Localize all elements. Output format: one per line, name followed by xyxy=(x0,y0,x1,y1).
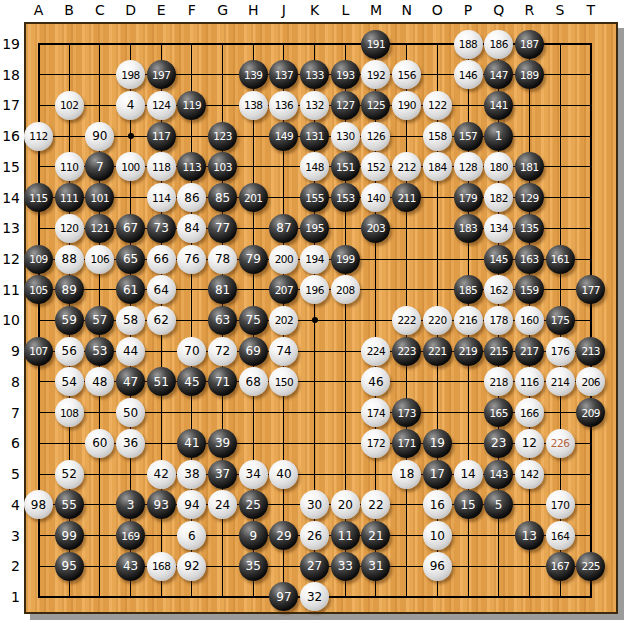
stone-black-59-B10: 59 xyxy=(55,306,84,335)
stone-white-56-B9: 56 xyxy=(55,337,84,366)
stone-white-182-Q14: 182 xyxy=(484,183,513,212)
move-number: 41 xyxy=(184,437,199,449)
move-number: 103 xyxy=(213,161,232,173)
stone-black-51-E8: 51 xyxy=(147,367,176,396)
go-board[interactable]: 1911881861871981971391371331931921561461… xyxy=(24,22,618,614)
move-number: 45 xyxy=(184,376,199,388)
stone-white-190-N17: 190 xyxy=(392,91,421,120)
stone-black-7-C15: 7 xyxy=(85,152,114,181)
move-number: 20 xyxy=(338,499,353,511)
stone-black-199-L12: 199 xyxy=(331,245,360,274)
move-number: 36 xyxy=(123,437,138,449)
stone-black-43-D2: 43 xyxy=(116,552,145,581)
move-number: 40 xyxy=(276,468,291,480)
stone-white-214-S8: 214 xyxy=(546,367,575,396)
stone-white-106-C12: 106 xyxy=(85,245,114,274)
move-number: 116 xyxy=(520,376,539,388)
move-number: 84 xyxy=(184,222,199,234)
move-number: 113 xyxy=(183,161,202,173)
stone-white-200-J12: 200 xyxy=(269,245,298,274)
move-number: 19 xyxy=(430,437,445,449)
move-number: 90 xyxy=(92,130,107,142)
stone-black-45-F8: 45 xyxy=(177,367,206,396)
stone-black-73-E13: 73 xyxy=(147,214,176,243)
stone-black-175-S10: 175 xyxy=(546,306,575,335)
stone-black-171-N6: 171 xyxy=(392,429,421,458)
stone-white-126-M16: 126 xyxy=(361,122,390,151)
stone-black-139-H18: 139 xyxy=(239,60,268,89)
move-number: 192 xyxy=(367,69,386,81)
stone-black-155-K14: 155 xyxy=(300,183,329,212)
stone-black-185-P11: 185 xyxy=(454,275,483,304)
move-number: 214 xyxy=(551,376,570,388)
stone-black-151-L15: 151 xyxy=(331,152,360,181)
row-label-13: 13 xyxy=(0,219,20,237)
column-label-K: K xyxy=(304,0,326,20)
stone-white-170-S4: 170 xyxy=(546,490,575,519)
move-number: 115 xyxy=(29,192,48,204)
move-number: 190 xyxy=(397,99,416,111)
stone-white-58-D10: 58 xyxy=(116,306,145,335)
move-number: 179 xyxy=(459,192,478,204)
stone-black-109-A12: 109 xyxy=(24,245,53,274)
move-number: 99 xyxy=(62,530,77,542)
move-number: 10 xyxy=(430,530,445,542)
move-number: 191 xyxy=(367,38,386,50)
move-number: 72 xyxy=(215,345,230,357)
stone-white-116-R8: 116 xyxy=(515,367,544,396)
stone-black-169-D3: 169 xyxy=(116,521,145,550)
stone-black-179-P14: 179 xyxy=(454,183,483,212)
move-number: 140 xyxy=(367,192,386,204)
move-number: 117 xyxy=(152,130,171,142)
move-number: 203 xyxy=(367,222,386,234)
move-number: 78 xyxy=(215,253,230,265)
stone-white-4-D17: 4 xyxy=(116,91,145,120)
move-number: 147 xyxy=(489,69,508,81)
move-number: 220 xyxy=(428,314,447,326)
stone-black-217-R9: 217 xyxy=(515,337,544,366)
stone-white-142-R5: 142 xyxy=(515,460,544,489)
move-number: 131 xyxy=(305,130,324,142)
stone-black-219-P9: 219 xyxy=(454,337,483,366)
move-number: 118 xyxy=(152,161,171,173)
stone-white-134-Q13: 134 xyxy=(484,214,513,243)
move-number: 58 xyxy=(123,314,138,326)
move-number: 13 xyxy=(522,530,537,542)
column-label-N: N xyxy=(396,0,418,20)
stone-black-147-Q18: 147 xyxy=(484,60,513,89)
move-number: 155 xyxy=(305,192,324,204)
stone-black-87-J13: 87 xyxy=(269,214,298,243)
column-label-J: J xyxy=(273,0,295,20)
row-label-7: 7 xyxy=(0,404,20,422)
grid-line-vertical-T xyxy=(590,43,592,598)
move-number: 37 xyxy=(215,468,230,480)
move-number: 53 xyxy=(92,345,107,357)
stone-black-129-R14: 129 xyxy=(515,183,544,212)
move-number: 120 xyxy=(60,222,79,234)
move-number: 47 xyxy=(123,376,138,388)
move-number: 77 xyxy=(215,222,230,234)
move-number: 216 xyxy=(459,314,478,326)
stone-white-164-S3: 164 xyxy=(546,521,575,550)
row-label-16: 16 xyxy=(0,127,20,145)
stone-black-95-B2: 95 xyxy=(55,552,84,581)
move-number: 141 xyxy=(489,99,508,111)
move-number: 48 xyxy=(92,376,107,388)
move-number: 135 xyxy=(520,222,539,234)
move-number: 122 xyxy=(428,99,447,111)
stone-black-85-G14: 85 xyxy=(208,183,237,212)
move-number: 61 xyxy=(123,284,138,296)
stone-black-209-T7: 209 xyxy=(576,398,605,427)
stone-black-137-J18: 137 xyxy=(269,60,298,89)
move-number: 7 xyxy=(96,161,104,173)
stone-white-18-N5: 18 xyxy=(392,460,421,489)
row-label-15: 15 xyxy=(0,158,20,176)
move-number: 185 xyxy=(459,284,478,296)
stone-black-69-H9: 69 xyxy=(239,337,268,366)
stone-black-143-Q5: 143 xyxy=(484,460,513,489)
move-number: 170 xyxy=(551,499,570,511)
move-number: 56 xyxy=(62,345,77,357)
stone-black-183-P13: 183 xyxy=(454,214,483,243)
row-label-6: 6 xyxy=(0,434,20,452)
stone-black-189-R18: 189 xyxy=(515,60,544,89)
stone-black-117-E16: 117 xyxy=(147,122,176,151)
stone-white-100-D15: 100 xyxy=(116,152,145,181)
stone-white-198-D18: 198 xyxy=(116,60,145,89)
stone-white-68-H8: 68 xyxy=(239,367,268,396)
stone-black-75-H10: 75 xyxy=(239,306,268,335)
column-label-H: H xyxy=(242,0,264,20)
move-number: 198 xyxy=(121,69,140,81)
stone-black-127-L17: 127 xyxy=(331,91,360,120)
stone-black-107-A9: 107 xyxy=(24,337,53,366)
move-number: 217 xyxy=(520,345,539,357)
stone-white-64-E11: 64 xyxy=(147,275,176,304)
stone-black-153-L14: 153 xyxy=(331,183,360,212)
stone-black-65-D12: 65 xyxy=(116,245,145,274)
move-number: 197 xyxy=(152,69,171,81)
move-number: 93 xyxy=(154,499,169,511)
column-label-C: C xyxy=(89,0,111,20)
stone-black-97-J1: 97 xyxy=(269,582,298,611)
move-number: 94 xyxy=(184,499,199,511)
stone-white-102-B17: 102 xyxy=(55,91,84,120)
stone-black-225-T2: 225 xyxy=(576,552,605,581)
stone-black-21-M3: 21 xyxy=(361,521,390,550)
move-number: 175 xyxy=(551,314,570,326)
column-label-M: M xyxy=(365,0,387,20)
move-number: 156 xyxy=(397,69,416,81)
move-number: 87 xyxy=(276,222,291,234)
move-number: 160 xyxy=(520,314,539,326)
move-number: 21 xyxy=(368,530,383,542)
move-number: 63 xyxy=(215,314,230,326)
stone-white-10-O3: 10 xyxy=(423,521,452,550)
move-number: 112 xyxy=(29,130,48,142)
stone-white-158-O16: 158 xyxy=(423,122,452,151)
kifu-diagram: ABCDEFGHJKLMNOPQRST 19181716151413121110… xyxy=(0,0,626,626)
stone-black-33-L2: 33 xyxy=(331,552,360,581)
stone-white-118-E15: 118 xyxy=(147,152,176,181)
move-number: 97 xyxy=(276,591,291,603)
move-number: 6 xyxy=(188,530,196,542)
move-number: 188 xyxy=(459,38,478,50)
move-number: 38 xyxy=(184,468,199,480)
stone-white-114-E14: 114 xyxy=(147,183,176,212)
stone-white-148-K15: 148 xyxy=(300,152,329,181)
star-point-D16 xyxy=(128,133,134,139)
move-number: 88 xyxy=(62,253,77,265)
stone-black-177-T11: 177 xyxy=(576,275,605,304)
move-number: 151 xyxy=(336,161,355,173)
move-number: 213 xyxy=(581,345,600,357)
move-number: 54 xyxy=(62,376,77,388)
stone-black-35-H2: 35 xyxy=(239,552,268,581)
move-number: 119 xyxy=(183,99,202,111)
stone-black-119-F17: 119 xyxy=(177,91,206,120)
stone-black-131-K16: 131 xyxy=(300,122,329,151)
move-number: 68 xyxy=(246,376,261,388)
stone-black-29-J3: 29 xyxy=(269,521,298,550)
move-number: 43 xyxy=(123,560,138,572)
stone-white-206-T8: 206 xyxy=(576,367,605,396)
stone-black-103-G15: 103 xyxy=(208,152,237,181)
move-number: 168 xyxy=(152,560,171,572)
stone-black-25-H4: 25 xyxy=(239,490,268,519)
row-label-11: 11 xyxy=(0,281,20,299)
stone-white-110-B15: 110 xyxy=(55,152,84,181)
stone-white-44-D9: 44 xyxy=(116,337,145,366)
stone-white-52-B5: 52 xyxy=(55,460,84,489)
stone-white-150-J8: 150 xyxy=(269,367,298,396)
move-number: 14 xyxy=(460,468,475,480)
move-number: 102 xyxy=(60,99,79,111)
row-label-10: 10 xyxy=(0,311,20,329)
move-number: 121 xyxy=(91,222,110,234)
stone-white-48-C8: 48 xyxy=(85,367,114,396)
move-number: 159 xyxy=(520,284,539,296)
stone-black-181-R15: 181 xyxy=(515,152,544,181)
move-number: 107 xyxy=(29,345,48,357)
move-number: 26 xyxy=(307,530,322,542)
move-number: 150 xyxy=(275,376,294,388)
stone-white-26-K3: 26 xyxy=(300,521,329,550)
stone-black-201-H14: 201 xyxy=(239,183,268,212)
stone-black-223-N9: 223 xyxy=(392,337,421,366)
stone-black-121-C13: 121 xyxy=(85,214,114,243)
stone-white-76-F12: 76 xyxy=(177,245,206,274)
move-number: 163 xyxy=(520,253,539,265)
row-label-14: 14 xyxy=(0,189,20,207)
move-number: 139 xyxy=(244,69,263,81)
stone-white-156-N18: 156 xyxy=(392,60,421,89)
move-number: 15 xyxy=(460,499,475,511)
move-number: 206 xyxy=(581,376,600,388)
stone-white-98-A4: 98 xyxy=(24,490,53,519)
stone-white-42-E5: 42 xyxy=(147,460,176,489)
stone-black-13-R3: 13 xyxy=(515,521,544,550)
move-number: 85 xyxy=(215,192,230,204)
move-number: 128 xyxy=(459,161,478,173)
move-number: 138 xyxy=(244,99,263,111)
move-number: 183 xyxy=(459,222,478,234)
move-number: 209 xyxy=(581,407,600,419)
move-number: 30 xyxy=(307,499,322,511)
stone-white-140-M14: 140 xyxy=(361,183,390,212)
move-number: 166 xyxy=(520,407,539,419)
move-number: 195 xyxy=(305,222,324,234)
stone-white-78-G12: 78 xyxy=(208,245,237,274)
move-number: 182 xyxy=(489,192,508,204)
move-number: 62 xyxy=(154,314,169,326)
move-number: 106 xyxy=(91,253,110,265)
stone-black-93-E4: 93 xyxy=(147,490,176,519)
stone-black-9-H3: 9 xyxy=(239,521,268,550)
stone-black-125-M17: 125 xyxy=(361,91,390,120)
move-number: 178 xyxy=(489,314,508,326)
move-number: 24 xyxy=(215,499,230,511)
stone-white-94-F4: 94 xyxy=(177,490,206,519)
stone-black-15-P4: 15 xyxy=(454,490,483,519)
row-label-19: 19 xyxy=(0,35,20,53)
move-number: 42 xyxy=(154,468,169,480)
stone-white-192-M18: 192 xyxy=(361,60,390,89)
move-number: 110 xyxy=(60,161,79,173)
stone-white-168-E2: 168 xyxy=(147,552,176,581)
column-label-Q: Q xyxy=(488,0,510,20)
move-number: 193 xyxy=(336,69,355,81)
stone-black-63-G10: 63 xyxy=(208,306,237,335)
move-number: 127 xyxy=(336,99,355,111)
stone-white-174-M7: 174 xyxy=(361,398,390,427)
stone-white-50-D7: 50 xyxy=(116,398,145,427)
stone-white-132-K17: 132 xyxy=(300,91,329,120)
stone-white-136-J17: 136 xyxy=(269,91,298,120)
stone-black-157-P16: 157 xyxy=(454,122,483,151)
column-label-F: F xyxy=(181,0,203,20)
stone-white-184-O15: 184 xyxy=(423,152,452,181)
star-point-K10 xyxy=(312,317,318,323)
move-number: 69 xyxy=(246,345,261,357)
move-number: 114 xyxy=(152,192,171,204)
stone-white-172-M6: 172 xyxy=(361,429,390,458)
stone-black-167-S2: 167 xyxy=(546,552,575,581)
stone-black-81-G11: 81 xyxy=(208,275,237,304)
stone-white-74-J9: 74 xyxy=(269,337,298,366)
stone-white-122-O17: 122 xyxy=(423,91,452,120)
move-number: 142 xyxy=(520,468,539,480)
move-number: 146 xyxy=(459,69,478,81)
move-number: 157 xyxy=(459,130,478,142)
move-number: 187 xyxy=(520,38,539,50)
stone-black-27-K2: 27 xyxy=(300,552,329,581)
move-number: 225 xyxy=(581,560,600,572)
move-number: 95 xyxy=(62,560,77,572)
column-label-S: S xyxy=(549,0,571,20)
move-number: 9 xyxy=(249,530,257,542)
stone-white-208-L11: 208 xyxy=(331,275,360,304)
stone-black-213-T9: 213 xyxy=(576,337,605,366)
move-number: 143 xyxy=(489,468,508,480)
stone-black-207-J11: 207 xyxy=(269,275,298,304)
move-number: 222 xyxy=(397,314,416,326)
stone-black-31-M2: 31 xyxy=(361,552,390,581)
move-number: 125 xyxy=(367,99,386,111)
stone-white-146-P18: 146 xyxy=(454,60,483,89)
stone-white-160-R10: 160 xyxy=(515,306,544,335)
move-number: 16 xyxy=(430,499,445,511)
stone-white-216-P10: 216 xyxy=(454,306,483,335)
stone-black-101-C14: 101 xyxy=(85,183,114,212)
row-label-4: 4 xyxy=(0,496,20,514)
move-number: 23 xyxy=(491,437,506,449)
move-number: 22 xyxy=(368,499,383,511)
stone-black-17-O5: 17 xyxy=(423,460,452,489)
move-number: 89 xyxy=(62,284,77,296)
move-number: 184 xyxy=(428,161,447,173)
move-number: 35 xyxy=(246,560,261,572)
stone-white-30-K4: 30 xyxy=(300,490,329,519)
stone-white-34-H5: 34 xyxy=(239,460,268,489)
move-number: 186 xyxy=(489,38,508,50)
move-number: 162 xyxy=(489,284,508,296)
stone-white-22-M4: 22 xyxy=(361,490,390,519)
stone-white-124-E17: 124 xyxy=(147,91,176,120)
move-number: 194 xyxy=(305,253,324,265)
move-number: 148 xyxy=(305,161,324,173)
stone-black-71-G8: 71 xyxy=(208,367,237,396)
move-number: 18 xyxy=(399,468,414,480)
move-number: 111 xyxy=(60,192,79,204)
move-number: 207 xyxy=(275,284,294,296)
stone-white-6-F3: 6 xyxy=(177,521,206,550)
stone-black-135-R13: 135 xyxy=(515,214,544,243)
move-number: 31 xyxy=(368,560,383,572)
move-number: 176 xyxy=(551,345,570,357)
stone-black-113-F15: 113 xyxy=(177,152,206,181)
stone-white-72-G9: 72 xyxy=(208,337,237,366)
stone-black-99-B3: 99 xyxy=(55,521,84,550)
move-number: 33 xyxy=(338,560,353,572)
row-label-2: 2 xyxy=(0,557,20,575)
move-number: 65 xyxy=(123,253,138,265)
row-label-5: 5 xyxy=(0,465,20,483)
move-number: 149 xyxy=(275,130,294,142)
column-label-L: L xyxy=(334,0,356,20)
stone-white-188-P19: 188 xyxy=(454,30,483,59)
move-number: 136 xyxy=(275,99,294,111)
stone-black-173-N7: 173 xyxy=(392,398,421,427)
stone-black-141-Q17: 141 xyxy=(484,91,513,120)
move-number: 165 xyxy=(489,407,508,419)
move-number: 51 xyxy=(154,376,169,388)
move-number: 124 xyxy=(152,99,171,111)
stone-white-90-C16: 90 xyxy=(85,122,114,151)
stone-white-32-K1: 32 xyxy=(300,582,329,611)
move-number: 100 xyxy=(121,161,140,173)
stone-black-163-R12: 163 xyxy=(515,245,544,274)
move-number: 39 xyxy=(215,437,230,449)
move-number: 101 xyxy=(91,192,110,204)
stone-white-86-F14: 86 xyxy=(177,183,206,212)
stone-black-221-O9: 221 xyxy=(423,337,452,366)
stone-black-53-C9: 53 xyxy=(85,337,114,366)
stone-white-40-J5: 40 xyxy=(269,460,298,489)
